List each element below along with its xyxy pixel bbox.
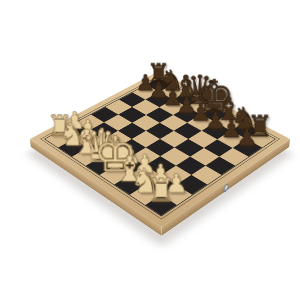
product-photo: ♜♞♝♛♚♝♞♜♟♟♟♟♟♟♟♟♟♟♟♟♟♟♟♟♜♞♝♛♚♝♞♜ [0,0,300,300]
piece-black-knight: ♞ [223,101,266,135]
square-d6 [160,115,188,131]
chess-board: ♜♞♝♛♚♝♞♜♟♟♟♟♟♟♟♟♟♟♟♟♟♟♟♟♜♞♝♛♚♝♞♜ [44,78,276,217]
square-a1: ♜ [45,131,74,148]
board-frame: ♜♞♝♛♚♝♞♜♟♟♟♟♟♟♟♟♟♟♟♟♟♟♟♟♜♞♝♛♚♝♞♜ [30,71,290,227]
photo-scene: ♜♞♝♛♚♝♞♜♟♟♟♟♟♟♟♟♟♟♟♟♟♟♟♟♜♞♝♛♚♝♞♜ [0,0,300,300]
chess-set: ♜♞♝♛♚♝♞♜♟♟♟♟♟♟♟♟♟♟♟♟♟♟♟♟♜♞♝♛♚♝♞♜ [30,71,290,227]
